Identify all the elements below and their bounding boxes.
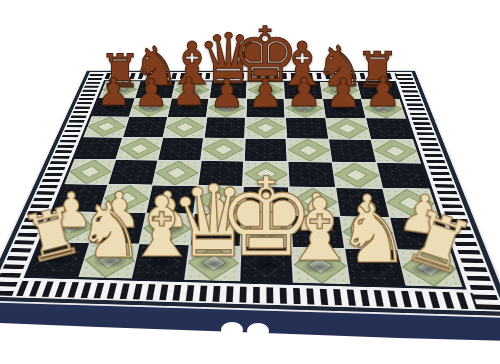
piece-black-pawn[interactable]: ♟	[286, 73, 322, 113]
piece-black-pawn[interactable]: ♟	[365, 73, 401, 114]
piece-black-pawn[interactable]: ♟	[325, 73, 361, 113]
piece-black-pawn[interactable]: ♟	[172, 74, 207, 113]
piece-black-pawn[interactable]: ♟	[134, 74, 168, 112]
piece-black-pawn[interactable]: ♟	[97, 74, 131, 112]
piece-black-pawn[interactable]: ♟	[248, 73, 283, 112]
pieces-layer: ♜♞♝♛♚♝♞♜♟♟♟♟♟♟♟♟♟♟♟♟♟♟♟♟♜♞♝♛♚♝♞♜	[0, 0, 500, 364]
piece-black-pawn[interactable]: ♟	[209, 74, 244, 113]
chess-set-photo: ♜♞♝♛♚♝♞♜♟♟♟♟♟♟♟♟♟♟♟♟♟♟♟♟♜♞♝♛♚♝♞♜	[0, 0, 500, 364]
